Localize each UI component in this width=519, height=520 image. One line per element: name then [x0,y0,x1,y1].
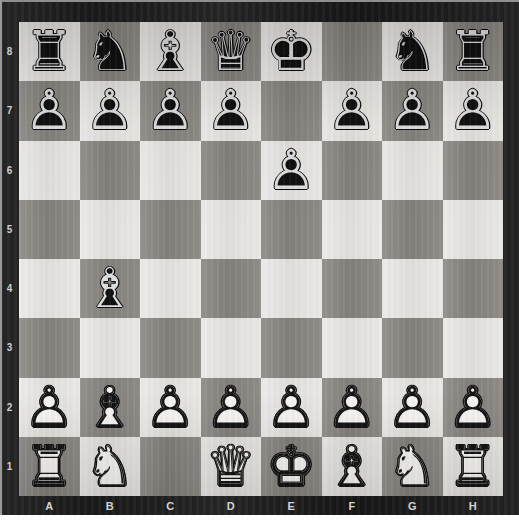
white-knight-piece: ♞♘ [80,437,141,496]
square-d1[interactable]: ♛♕ [201,437,262,496]
square-g4[interactable] [382,259,443,318]
piece-outline-glyph: ♕ [201,22,262,81]
black-rook-piece: ♜♖ [443,22,504,81]
piece-outline-glyph: ♙ [382,81,443,140]
square-g3[interactable] [382,318,443,377]
black-pawn-piece: ♟♙ [140,81,201,140]
square-a6[interactable] [19,141,80,200]
frame-edge-highlight-top [0,0,519,2]
square-e7[interactable] [261,81,322,140]
square-f6[interactable] [322,141,383,200]
rank-label-5: 5 [0,200,19,259]
square-g5[interactable] [382,200,443,259]
square-g1[interactable]: ♞♘ [382,437,443,496]
piece-outline-glyph: ♙ [443,81,504,140]
rank-label-2: 2 [0,378,19,437]
white-pawn-piece: ♟♙ [443,378,504,437]
rank-label-8: 8 [0,22,19,81]
black-rook-piece: ♜♖ [19,22,80,81]
piece-outline-glyph: ♙ [80,81,141,140]
white-pawn-piece: ♟♙ [261,378,322,437]
file-label-e: E [261,496,322,515]
square-c1[interactable] [140,437,201,496]
square-h2[interactable]: ♟♙ [443,378,504,437]
square-a5[interactable] [19,200,80,259]
piece-outline-glyph: ♙ [19,81,80,140]
black-pawn-piece: ♟♙ [322,81,383,140]
square-f5[interactable] [322,200,383,259]
rank-labels: 87654321 [0,22,19,496]
piece-outline-glyph: ♙ [322,378,383,437]
piece-outline-glyph: ♙ [19,378,80,437]
file-labels: ABCDEFGH [19,496,503,515]
white-bishop-piece: ♝♗ [80,378,141,437]
square-e6[interactable]: ♟♙ [261,141,322,200]
square-a8[interactable]: ♜♖ [19,22,80,81]
square-d5[interactable] [201,200,262,259]
piece-outline-glyph: ♖ [443,437,504,496]
square-h4[interactable] [443,259,504,318]
square-g2[interactable]: ♟♙ [382,378,443,437]
board-frame: 87654321 ♜♖♞♘♝♗♛♕♚♔♞♘♜♖♟♙♟♙♟♙♟♙♟♙♟♙♟♙♟♙♝… [0,0,519,520]
file-label-h: H [443,496,504,515]
white-pawn-piece: ♟♙ [201,378,262,437]
square-c3[interactable] [140,318,201,377]
square-a2[interactable]: ♟♙ [19,378,80,437]
square-d4[interactable] [201,259,262,318]
square-b3[interactable] [80,318,141,377]
piece-outline-glyph: ♔ [261,437,322,496]
square-g6[interactable] [382,141,443,200]
black-pawn-piece: ♟♙ [201,81,262,140]
piece-outline-glyph: ♗ [140,22,201,81]
square-f7[interactable]: ♟♙ [322,81,383,140]
square-d2[interactable]: ♟♙ [201,378,262,437]
white-pawn-piece: ♟♙ [140,378,201,437]
square-c5[interactable] [140,200,201,259]
white-queen-piece: ♛♕ [201,437,262,496]
white-knight-piece: ♞♘ [382,437,443,496]
piece-outline-glyph: ♖ [443,22,504,81]
black-king-piece: ♚♔ [261,22,322,81]
piece-outline-glyph: ♖ [19,22,80,81]
square-e4[interactable] [261,259,322,318]
file-label-d: D [201,496,262,515]
square-f3[interactable] [322,318,383,377]
square-h3[interactable] [443,318,504,377]
black-bishop-piece: ♝♗ [80,259,141,318]
white-rook-piece: ♜♖ [19,437,80,496]
piece-outline-glyph: ♗ [80,259,141,318]
piece-outline-glyph: ♘ [382,437,443,496]
square-e5[interactable] [261,200,322,259]
square-e2[interactable]: ♟♙ [261,378,322,437]
piece-outline-glyph: ♙ [382,378,443,437]
piece-outline-glyph: ♙ [261,378,322,437]
square-b6[interactable] [80,141,141,200]
black-pawn-piece: ♟♙ [261,141,322,200]
piece-outline-glyph: ♖ [19,437,80,496]
square-a7[interactable]: ♟♙ [19,81,80,140]
file-label-a: A [19,496,80,515]
square-b4[interactable]: ♝♗ [80,259,141,318]
square-h7[interactable]: ♟♙ [443,81,504,140]
square-e3[interactable] [261,318,322,377]
square-c2[interactable]: ♟♙ [140,378,201,437]
square-b1[interactable]: ♞♘ [80,437,141,496]
square-c6[interactable] [140,141,201,200]
file-label-f: F [322,496,383,515]
square-b2[interactable]: ♝♗ [80,378,141,437]
square-b7[interactable]: ♟♙ [80,81,141,140]
piece-outline-glyph: ♙ [140,81,201,140]
square-d7[interactable]: ♟♙ [201,81,262,140]
file-label-b: B [80,496,141,515]
black-bishop-piece: ♝♗ [140,22,201,81]
black-pawn-piece: ♟♙ [382,81,443,140]
square-g7[interactable]: ♟♙ [382,81,443,140]
square-d3[interactable] [201,318,262,377]
square-c7[interactable]: ♟♙ [140,81,201,140]
piece-outline-glyph: ♙ [322,81,383,140]
rank-label-7: 7 [0,81,19,140]
square-f2[interactable]: ♟♙ [322,378,383,437]
square-h1[interactable]: ♜♖ [443,437,504,496]
square-f1[interactable]: ♝♗ [322,437,383,496]
square-e1[interactable]: ♚♔ [261,437,322,496]
file-label-c: C [140,496,201,515]
piece-outline-glyph: ♔ [261,22,322,81]
rank-label-1: 1 [0,437,19,496]
black-knight-piece: ♞♘ [80,22,141,81]
rank-label-3: 3 [0,318,19,377]
square-e8[interactable]: ♚♔ [261,22,322,81]
white-bishop-piece: ♝♗ [322,437,383,496]
square-g8[interactable]: ♞♘ [382,22,443,81]
piece-outline-glyph: ♙ [443,378,504,437]
piece-outline-glyph: ♗ [80,378,141,437]
black-pawn-piece: ♟♙ [80,81,141,140]
white-rook-piece: ♜♖ [443,437,504,496]
board: ♜♖♞♘♝♗♛♕♚♔♞♘♜♖♟♙♟♙♟♙♟♙♟♙♟♙♟♙♟♙♝♗♟♙♝♗♟♙♟♙… [19,22,503,496]
black-pawn-piece: ♟♙ [19,81,80,140]
square-h6[interactable] [443,141,504,200]
black-knight-piece: ♞♘ [382,22,443,81]
white-pawn-piece: ♟♙ [322,378,383,437]
square-d8[interactable]: ♛♕ [201,22,262,81]
rank-label-4: 4 [0,259,19,318]
black-queen-piece: ♛♕ [201,22,262,81]
square-h5[interactable] [443,200,504,259]
piece-outline-glyph: ♘ [80,437,141,496]
square-a3[interactable] [19,318,80,377]
piece-outline-glyph: ♙ [140,378,201,437]
square-c4[interactable] [140,259,201,318]
square-b5[interactable] [80,200,141,259]
square-f4[interactable] [322,259,383,318]
square-d6[interactable] [201,141,262,200]
frame-bottom-strip [0,515,519,520]
piece-outline-glyph: ♗ [322,437,383,496]
white-pawn-piece: ♟♙ [382,378,443,437]
piece-outline-glyph: ♘ [382,22,443,81]
piece-outline-glyph: ♕ [201,437,262,496]
piece-outline-glyph: ♙ [201,378,262,437]
white-pawn-piece: ♟♙ [19,378,80,437]
piece-outline-glyph: ♘ [80,22,141,81]
file-label-g: G [382,496,443,515]
white-king-piece: ♚♔ [261,437,322,496]
square-f8[interactable] [322,22,383,81]
square-b8[interactable]: ♞♘ [80,22,141,81]
piece-outline-glyph: ♙ [201,81,262,140]
piece-outline-glyph: ♙ [261,141,322,200]
square-a4[interactable] [19,259,80,318]
square-h8[interactable]: ♜♖ [443,22,504,81]
square-a1[interactable]: ♜♖ [19,437,80,496]
black-pawn-piece: ♟♙ [443,81,504,140]
rank-label-6: 6 [0,141,19,200]
square-c8[interactable]: ♝♗ [140,22,201,81]
